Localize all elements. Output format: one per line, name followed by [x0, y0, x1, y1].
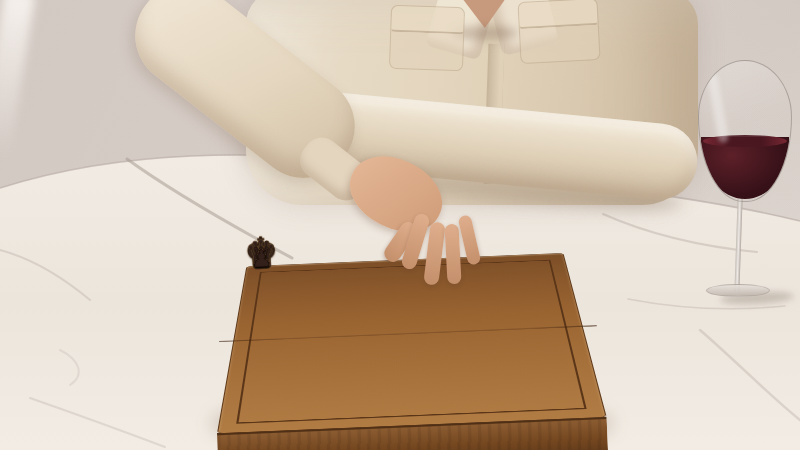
black-pawn: ♟: [251, 249, 272, 270]
black-rook: ♜: [249, 245, 274, 270]
pocket-flap: [518, 0, 597, 29]
chest-pocket-left: [389, 5, 465, 72]
white-rook: ♜: [249, 245, 274, 270]
glass-stem: [734, 198, 742, 292]
glass-bowl: [698, 60, 792, 202]
chest-pocket-right: [517, 0, 600, 64]
white-pawn: ♟: [251, 249, 272, 270]
white-pawn: ♟: [251, 249, 272, 270]
black-pawn: ♟: [251, 249, 272, 270]
white-pawn: ♟: [251, 249, 272, 270]
black-rook: ♜: [249, 245, 274, 270]
glass-highlight: [707, 73, 729, 144]
black-pawn: ♟: [251, 249, 272, 270]
black-pawn: ♟: [251, 249, 272, 270]
black-pawn: ♟: [251, 249, 272, 270]
black-pawn: ♟: [251, 249, 272, 270]
board-perspective: ♜♞♝♚♛♝♞♜♟♟♟♟♟♟♟♟♟♟♟♟♟♟♟♟♜♞♝♚♛♝♞♜: [217, 253, 607, 434]
black-queen: ♛: [245, 237, 278, 270]
black-knight: ♞: [248, 244, 274, 270]
wine-glass: [690, 56, 800, 306]
chess-board-frame: ♜♞♝♚♛♝♞♜♟♟♟♟♟♟♟♟♟♟♟♟♟♟♟♟♜♞♝♚♛♝♞♜: [217, 253, 607, 434]
black-king: ♚: [243, 234, 279, 270]
chess-board-grid: ♜♞♝♚♛♝♞♜♟♟♟♟♟♟♟♟♟♟♟♟♟♟♟♟♜♞♝♚♛♝♞♜: [236, 260, 587, 424]
white-pawn: ♟: [251, 249, 272, 270]
pocket-flap: [391, 6, 464, 34]
white-bishop: ♝: [247, 241, 276, 270]
black-knight: ♞: [248, 244, 274, 270]
black-pawn: ♟: [251, 249, 272, 270]
wine-surface: [703, 135, 787, 147]
white-rook: ♜: [249, 245, 274, 270]
white-knight: ♞: [248, 244, 274, 270]
black-bishop: ♝: [247, 241, 276, 270]
glass-foot: [706, 284, 770, 297]
white-pawn: ♟: [251, 249, 272, 270]
white-king: ♚: [243, 234, 279, 270]
white-pawn: ♟: [251, 249, 272, 270]
white-pawn: ♟: [251, 249, 272, 270]
white-bishop: ♝: [247, 241, 276, 270]
black-pawn: ♟: [251, 249, 272, 270]
photo-scene: ♜♞♝♚♛♝♞♜♟♟♟♟♟♟♟♟♟♟♟♟♟♟♟♟♜♞♝♚♛♝♞♜: [0, 0, 800, 450]
white-knight: ♞: [248, 244, 274, 270]
white-pawn: ♟: [251, 249, 272, 270]
white-queen: ♛: [245, 237, 278, 270]
black-bishop: ♝: [247, 241, 276, 270]
